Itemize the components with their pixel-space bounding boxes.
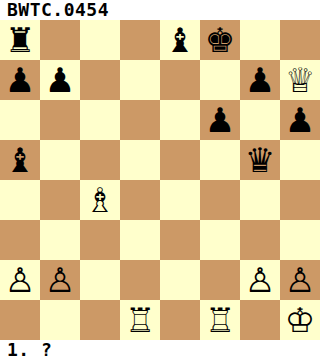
square-e1[interactable] [160, 300, 200, 340]
square-h2[interactable]: ♙ [280, 260, 320, 300]
square-d1[interactable]: ♖ [120, 300, 160, 340]
square-b7[interactable]: ♟ [40, 60, 80, 100]
square-e6[interactable] [160, 100, 200, 140]
square-g6[interactable] [240, 100, 280, 140]
square-d2[interactable] [120, 260, 160, 300]
white-rook: ♖ [205, 300, 235, 340]
black-bishop: ♝ [5, 140, 35, 180]
square-f3[interactable] [200, 220, 240, 260]
square-h4[interactable] [280, 180, 320, 220]
square-a7[interactable]: ♟ [0, 60, 40, 100]
square-a3[interactable] [0, 220, 40, 260]
square-f2[interactable] [200, 260, 240, 300]
square-e3[interactable] [160, 220, 200, 260]
square-a8[interactable]: ♜ [0, 20, 40, 60]
square-d4[interactable] [120, 180, 160, 220]
square-e2[interactable] [160, 260, 200, 300]
square-f8[interactable]: ♚ [200, 20, 240, 60]
chessboard: ♜♝♚♟♟♟♕♟♟♝♛♗♙♙♙♙♖♖♔ [0, 20, 320, 340]
square-a4[interactable] [0, 180, 40, 220]
black-king: ♚ [205, 20, 235, 60]
white-pawn: ♙ [285, 260, 315, 300]
square-h3[interactable] [280, 220, 320, 260]
square-e7[interactable] [160, 60, 200, 100]
square-b1[interactable] [40, 300, 80, 340]
square-c5[interactable] [80, 140, 120, 180]
square-c2[interactable] [80, 260, 120, 300]
square-d8[interactable] [120, 20, 160, 60]
square-b5[interactable] [40, 140, 80, 180]
black-pawn: ♟ [5, 60, 35, 100]
square-g5[interactable]: ♛ [240, 140, 280, 180]
square-d5[interactable] [120, 140, 160, 180]
square-c7[interactable] [80, 60, 120, 100]
footer-bar: 1. ? [0, 340, 320, 360]
square-a2[interactable]: ♙ [0, 260, 40, 300]
square-c3[interactable] [80, 220, 120, 260]
square-a6[interactable] [0, 100, 40, 140]
square-f6[interactable]: ♟ [200, 100, 240, 140]
square-b4[interactable] [40, 180, 80, 220]
black-pawn: ♟ [45, 60, 75, 100]
square-e4[interactable] [160, 180, 200, 220]
square-f7[interactable] [200, 60, 240, 100]
square-g2[interactable]: ♙ [240, 260, 280, 300]
black-pawn: ♟ [285, 100, 315, 140]
move-prompt: 1. ? [0, 340, 52, 360]
black-rook: ♜ [5, 20, 35, 60]
square-g8[interactable] [240, 20, 280, 60]
square-g7[interactable]: ♟ [240, 60, 280, 100]
square-b6[interactable] [40, 100, 80, 140]
square-c8[interactable] [80, 20, 120, 60]
square-c4[interactable]: ♗ [80, 180, 120, 220]
square-d7[interactable] [120, 60, 160, 100]
square-a5[interactable]: ♝ [0, 140, 40, 180]
puzzle-id: BWTC.0454 [0, 0, 109, 20]
square-g3[interactable] [240, 220, 280, 260]
square-b3[interactable] [40, 220, 80, 260]
white-pawn: ♙ [245, 260, 275, 300]
square-d6[interactable] [120, 100, 160, 140]
square-c1[interactable] [80, 300, 120, 340]
square-f1[interactable]: ♖ [200, 300, 240, 340]
white-king: ♔ [285, 300, 315, 340]
square-g1[interactable] [240, 300, 280, 340]
square-e5[interactable] [160, 140, 200, 180]
black-queen: ♛ [245, 140, 275, 180]
square-d3[interactable] [120, 220, 160, 260]
square-g4[interactable] [240, 180, 280, 220]
square-h6[interactable]: ♟ [280, 100, 320, 140]
square-f4[interactable] [200, 180, 240, 220]
white-bishop: ♗ [85, 180, 115, 220]
square-a1[interactable] [0, 300, 40, 340]
white-rook: ♖ [125, 300, 155, 340]
black-pawn: ♟ [205, 100, 235, 140]
white-pawn: ♙ [5, 260, 35, 300]
square-f5[interactable] [200, 140, 240, 180]
white-queen: ♕ [285, 60, 315, 100]
square-h7[interactable]: ♕ [280, 60, 320, 100]
white-pawn: ♙ [45, 260, 75, 300]
square-h5[interactable] [280, 140, 320, 180]
title-bar: BWTC.0454 [0, 0, 320, 20]
square-h1[interactable]: ♔ [280, 300, 320, 340]
square-b8[interactable] [40, 20, 80, 60]
square-c6[interactable] [80, 100, 120, 140]
square-e8[interactable]: ♝ [160, 20, 200, 60]
black-bishop: ♝ [165, 20, 195, 60]
black-pawn: ♟ [245, 60, 275, 100]
square-h8[interactable] [280, 20, 320, 60]
square-b2[interactable]: ♙ [40, 260, 80, 300]
